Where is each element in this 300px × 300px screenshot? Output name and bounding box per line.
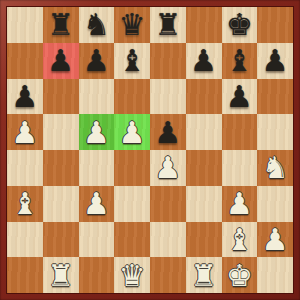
white-pawn: ♟ (226, 186, 253, 221)
square-b3[interactable] (43, 186, 79, 222)
square-a1[interactable] (7, 257, 43, 293)
square-h6[interactable] (257, 79, 293, 115)
black-rook: ♜ (154, 7, 181, 42)
black-pawn: ♟ (154, 115, 181, 150)
black-pawn: ♟ (83, 43, 110, 78)
white-queen: ♛ (119, 258, 146, 293)
white-bishop: ♝ (11, 186, 38, 221)
square-g3[interactable]: ♟ (222, 186, 258, 222)
square-c5[interactable]: ♟ (79, 114, 115, 150)
square-d6[interactable] (114, 79, 150, 115)
square-g5[interactable] (222, 114, 258, 150)
black-pawn: ♟ (11, 79, 38, 114)
square-f7[interactable]: ♟ (186, 43, 222, 79)
square-c8[interactable]: ♞ (79, 7, 115, 43)
square-h8[interactable] (257, 7, 293, 43)
square-f6[interactable] (186, 79, 222, 115)
black-pawn: ♟ (226, 79, 253, 114)
square-c2[interactable] (79, 222, 115, 258)
white-pawn: ♟ (119, 115, 146, 150)
square-b4[interactable] (43, 150, 79, 186)
square-a3[interactable]: ♝ (7, 186, 43, 222)
square-e5[interactable]: ♟ (150, 114, 186, 150)
square-c6[interactable] (79, 79, 115, 115)
white-rook: ♜ (190, 258, 217, 293)
square-e3[interactable] (150, 186, 186, 222)
square-h3[interactable] (257, 186, 293, 222)
square-e4[interactable]: ♟ (150, 150, 186, 186)
square-g4[interactable] (222, 150, 258, 186)
black-bishop: ♝ (226, 43, 253, 78)
square-b1[interactable]: ♜ (43, 257, 79, 293)
square-a4[interactable] (7, 150, 43, 186)
white-king: ♚ (226, 258, 253, 293)
black-pawn: ♟ (262, 43, 289, 78)
square-h5[interactable] (257, 114, 293, 150)
square-b5[interactable] (43, 114, 79, 150)
white-pawn: ♟ (83, 186, 110, 221)
square-h4[interactable]: ♞ (257, 150, 293, 186)
square-b8[interactable]: ♜ (43, 7, 79, 43)
black-rook: ♜ (47, 7, 74, 42)
square-f4[interactable] (186, 150, 222, 186)
white-bishop: ♝ (226, 222, 253, 257)
black-king: ♚ (226, 7, 253, 42)
square-c1[interactable] (79, 257, 115, 293)
white-rook: ♜ (47, 258, 74, 293)
square-g7[interactable]: ♝ (222, 43, 258, 79)
chess-board: ♜♞♛♜♚♟♟♝♟♝♟♟♟♟♟♟♟♟♞♝♟♟♝♟♜♛♜♚ (7, 7, 293, 293)
square-g8[interactable]: ♚ (222, 7, 258, 43)
square-g2[interactable]: ♝ (222, 222, 258, 258)
square-f2[interactable] (186, 222, 222, 258)
square-e2[interactable] (150, 222, 186, 258)
black-pawn: ♟ (190, 43, 217, 78)
white-pawn: ♟ (262, 222, 289, 257)
square-h7[interactable]: ♟ (257, 43, 293, 79)
square-f8[interactable] (186, 7, 222, 43)
square-d1[interactable]: ♛ (114, 257, 150, 293)
square-a7[interactable] (7, 43, 43, 79)
square-d3[interactable] (114, 186, 150, 222)
square-f1[interactable]: ♜ (186, 257, 222, 293)
square-h1[interactable] (257, 257, 293, 293)
square-a8[interactable] (7, 7, 43, 43)
board-frame: ♜♞♛♜♚♟♟♝♟♝♟♟♟♟♟♟♟♟♞♝♟♟♝♟♜♛♜♚ (0, 0, 300, 300)
square-b7[interactable]: ♟ (43, 43, 79, 79)
square-d8[interactable]: ♛ (114, 7, 150, 43)
square-g1[interactable]: ♚ (222, 257, 258, 293)
square-g6[interactable]: ♟ (222, 79, 258, 115)
square-b6[interactable] (43, 79, 79, 115)
square-e1[interactable] (150, 257, 186, 293)
square-e8[interactable]: ♜ (150, 7, 186, 43)
square-f5[interactable] (186, 114, 222, 150)
square-a2[interactable] (7, 222, 43, 258)
square-d4[interactable] (114, 150, 150, 186)
white-pawn: ♟ (11, 115, 38, 150)
black-queen: ♛ (119, 7, 146, 42)
black-knight: ♞ (83, 7, 110, 42)
square-c7[interactable]: ♟ (79, 43, 115, 79)
square-b2[interactable] (43, 222, 79, 258)
square-f3[interactable] (186, 186, 222, 222)
square-d7[interactable]: ♝ (114, 43, 150, 79)
square-a6[interactable]: ♟ (7, 79, 43, 115)
black-pawn: ♟ (47, 43, 74, 78)
square-a5[interactable]: ♟ (7, 114, 43, 150)
square-d2[interactable] (114, 222, 150, 258)
square-d5[interactable]: ♟ (114, 114, 150, 150)
square-e7[interactable] (150, 43, 186, 79)
black-bishop: ♝ (119, 43, 146, 78)
white-knight: ♞ (262, 150, 289, 185)
white-pawn: ♟ (83, 115, 110, 150)
square-h2[interactable]: ♟ (257, 222, 293, 258)
square-c4[interactable] (79, 150, 115, 186)
square-c3[interactable]: ♟ (79, 186, 115, 222)
white-pawn: ♟ (154, 150, 181, 185)
square-e6[interactable] (150, 79, 186, 115)
